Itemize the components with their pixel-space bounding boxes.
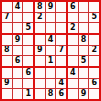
cell-r1c2[interactable]: 4 xyxy=(13,2,23,12)
cell-r1c6[interactable] xyxy=(56,2,66,12)
cell-r8c4[interactable] xyxy=(35,79,45,89)
cell-r7c3[interactable]: 6 xyxy=(23,68,33,78)
cell-r8c5[interactable] xyxy=(46,79,56,89)
cell-r5c5[interactable] xyxy=(46,46,56,56)
cell-r1c4[interactable]: 8 xyxy=(35,2,45,12)
cell-r2c7[interactable] xyxy=(68,13,78,23)
cell-r5c7[interactable] xyxy=(68,46,78,56)
cell-r4c4[interactable] xyxy=(35,35,45,45)
cell-r8c1[interactable]: 9 xyxy=(2,79,12,89)
cell-r9c1[interactable] xyxy=(2,89,12,99)
cell-r1c9[interactable] xyxy=(89,2,99,12)
cell-r6c3[interactable] xyxy=(23,56,33,66)
cell-r3c9[interactable] xyxy=(89,23,99,33)
cell-r9c8[interactable]: 9 xyxy=(79,89,89,99)
cell-r9c5[interactable]: 8 xyxy=(46,89,56,99)
cell-r9c3[interactable]: 1 xyxy=(23,89,33,99)
cell-r6c1[interactable] xyxy=(2,56,12,66)
cell-r7c2[interactable] xyxy=(13,68,23,78)
cell-r6c6[interactable] xyxy=(56,56,66,66)
cell-r1c1[interactable] xyxy=(2,2,12,12)
cell-r7c9[interactable] xyxy=(89,68,99,78)
cell-r3c8[interactable] xyxy=(79,23,89,33)
cell-r3c1[interactable] xyxy=(2,23,12,33)
cell-r8c9[interactable]: 6 xyxy=(89,79,99,89)
cell-r8c6[interactable]: 4 xyxy=(56,79,66,89)
cell-r5c4[interactable]: 9 xyxy=(35,46,45,56)
cell-r2c2[interactable] xyxy=(13,13,23,23)
cell-r3c3[interactable]: 5 xyxy=(23,23,33,33)
cell-r4c5[interactable]: 4 xyxy=(46,35,56,45)
cell-r4c1[interactable] xyxy=(2,35,12,45)
cell-r9c7[interactable] xyxy=(68,89,78,99)
cell-r8c7[interactable] xyxy=(68,79,78,89)
cell-r6c7[interactable] xyxy=(68,56,78,66)
box-r1c2: 825 xyxy=(68,35,99,66)
cell-r5c9[interactable]: 2 xyxy=(89,46,99,56)
cell-r5c1[interactable]: 8 xyxy=(2,46,12,56)
cell-r8c8[interactable] xyxy=(79,79,89,89)
cell-r6c2[interactable]: 6 xyxy=(13,56,23,66)
cell-r6c8[interactable]: 5 xyxy=(79,56,89,66)
cell-r4c2[interactable]: 9 xyxy=(13,35,23,45)
cell-r4c6[interactable] xyxy=(56,35,66,45)
cell-r9c9[interactable] xyxy=(89,89,99,99)
cell-r2c8[interactable] xyxy=(79,13,89,23)
cell-r8c3[interactable] xyxy=(23,79,33,89)
cell-r9c6[interactable]: 6 xyxy=(56,89,66,99)
cell-r3c5[interactable] xyxy=(46,23,56,33)
cell-r2c1[interactable]: 7 xyxy=(2,13,12,23)
cell-r4c3[interactable] xyxy=(23,35,33,45)
cell-r3c6[interactable] xyxy=(56,23,66,33)
cell-r6c5[interactable]: 1 xyxy=(46,56,56,66)
cell-r1c8[interactable] xyxy=(79,2,89,12)
cell-r9c2[interactable] xyxy=(13,89,23,99)
box-r1c1: 4971 xyxy=(35,35,66,66)
cell-r7c6[interactable] xyxy=(56,68,66,78)
cell-r2c6[interactable] xyxy=(56,13,66,23)
cell-r7c1[interactable] xyxy=(2,68,12,78)
cell-r7c7[interactable]: 4 xyxy=(68,68,78,78)
cell-r3c2[interactable] xyxy=(13,23,23,33)
cell-r4c8[interactable]: 8 xyxy=(79,35,89,45)
cell-r8c2[interactable] xyxy=(13,79,23,89)
cell-r1c7[interactable]: 6 xyxy=(68,2,78,12)
cell-r2c9[interactable]: 5 xyxy=(89,13,99,23)
box-r2c2: 469 xyxy=(68,68,99,99)
box-r2c1: 486 xyxy=(35,68,66,99)
box-r0c2: 652 xyxy=(68,2,99,33)
cell-r2c5[interactable] xyxy=(46,13,56,23)
cell-r7c8[interactable] xyxy=(79,68,89,78)
cell-r3c4[interactable] xyxy=(35,23,45,33)
cell-r6c4[interactable] xyxy=(35,56,45,66)
sudoku-board: 4758926529864971825691486469 xyxy=(0,0,101,101)
cell-r6c9[interactable] xyxy=(89,56,99,66)
cell-r2c4[interactable]: 2 xyxy=(35,13,45,23)
box-r2c0: 691 xyxy=(2,68,33,99)
box-r1c0: 986 xyxy=(2,35,33,66)
cell-r7c5[interactable] xyxy=(46,68,56,78)
cell-r9c4[interactable] xyxy=(35,89,45,99)
cell-r5c2[interactable] xyxy=(13,46,23,56)
box-r0c1: 892 xyxy=(35,2,66,33)
cell-r4c9[interactable] xyxy=(89,35,99,45)
box-r0c0: 475 xyxy=(2,2,33,33)
cell-r3c7[interactable]: 2 xyxy=(68,23,78,33)
cell-r1c5[interactable]: 9 xyxy=(46,2,56,12)
cell-r1c3[interactable] xyxy=(23,2,33,12)
cell-r7c4[interactable] xyxy=(35,68,45,78)
cell-r4c7[interactable] xyxy=(68,35,78,45)
cell-r5c3[interactable] xyxy=(23,46,33,56)
cell-r5c6[interactable]: 7 xyxy=(56,46,66,56)
cell-r5c8[interactable] xyxy=(79,46,89,56)
cell-r2c3[interactable] xyxy=(23,13,33,23)
